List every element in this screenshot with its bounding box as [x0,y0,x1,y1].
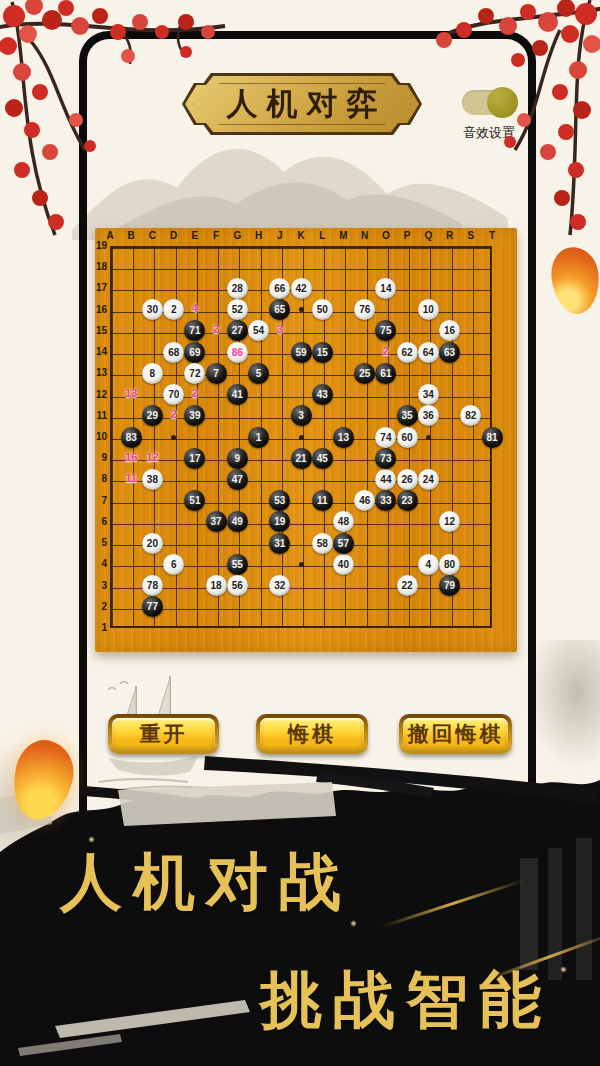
stone-O10: 74 [375,427,396,448]
stone-Q14: 64 [418,342,439,363]
capture-marker-D11: 2 [162,408,186,420]
sparkle-dot [350,920,357,927]
star-point [299,435,304,440]
stone-F13: 7 [206,363,227,384]
stone-C8: 38 [142,469,163,490]
coord-col-label: K [293,230,309,241]
stone-L7: 11 [312,490,333,511]
stone-G12: 41 [227,384,248,405]
stone-P10: 60 [397,427,418,448]
coord-row-label: 13 [95,367,107,379]
coord-row-label: 7 [95,495,107,507]
star-point [171,435,176,440]
stone-R4: 80 [439,554,460,575]
coord-row-label: 10 [95,431,107,443]
stone-M10: 13 [333,427,354,448]
stone-K11: 3 [291,405,312,426]
plum-blossom-top-right [420,0,600,245]
star-point [299,307,304,312]
coord-row-label: 15 [95,325,107,337]
stone-E14: 69 [184,342,205,363]
coord-row-label: 5 [95,537,107,549]
capture-marker-O14: 2 [374,345,398,357]
stone-C13: 8 [142,363,163,384]
stone-G16: 52 [227,299,248,320]
coord-col-label: P [399,230,415,241]
stone-B10: 83 [121,427,142,448]
stone-G17: 28 [227,278,248,299]
coord-row-label: 6 [95,516,107,528]
stone-C16: 30 [142,299,163,320]
coord-row-label: 1 [95,622,107,634]
go-board[interactable]: ABCDEFGHJKLMNOPQRST191817161514131211109… [95,228,517,652]
plum-blossom-top-left [0,0,250,245]
stone-G9: 9 [227,448,248,469]
stone-G8: 47 [227,469,248,490]
stone-Q8: 24 [418,469,439,490]
stone-K9: 21 [291,448,312,469]
stone-P7: 23 [397,490,418,511]
coord-row-label: 8 [95,473,107,485]
stone-G4: 55 [227,554,248,575]
stone-P8: 26 [397,469,418,490]
stone-O9: 73 [375,448,396,469]
stone-T10: 81 [482,427,503,448]
stone-H13: 5 [248,363,269,384]
capture-marker-F15: 2 [204,323,228,335]
stone-K17: 42 [291,278,312,299]
stone-G3: 56 [227,575,248,596]
stone-Q16: 10 [418,299,439,320]
stone-L5: 58 [312,533,333,554]
stone-J5: 31 [269,533,290,554]
stone-L14: 15 [312,342,333,363]
stone-P14: 62 [397,342,418,363]
stone-M4: 40 [333,554,354,575]
coord-row-label: 11 [95,410,107,422]
coord-row-label: 2 [95,601,107,613]
coord-col-label: N [357,230,373,241]
stone-G14: 86 [227,342,248,363]
stone-C5: 20 [142,533,163,554]
stone-E9: 17 [184,448,205,469]
stone-F6: 37 [206,511,227,532]
banner-line-1: 人机对战 [60,840,352,924]
stone-Q4: 4 [418,554,439,575]
star-point [426,435,431,440]
coord-col-label: H [251,230,267,241]
stone-R14: 63 [439,342,460,363]
coord-row-label: 3 [95,580,107,592]
stone-H10: 1 [248,427,269,448]
stone-D4: 6 [163,554,184,575]
capture-marker-B8: 11 [119,472,143,484]
coord-row-label: 18 [95,261,107,273]
coord-row-label: 14 [95,346,107,358]
coord-row-label: 17 [95,282,107,294]
sparkle-dot [88,836,95,843]
capture-marker-E12: 2 [183,387,207,399]
sky-lantern-right [549,245,600,317]
capture-marker-B12: 13 [119,387,143,399]
stone-D14: 68 [163,342,184,363]
stone-P3: 22 [397,575,418,596]
stone-Q12: 34 [418,384,439,405]
stone-F3: 18 [206,575,227,596]
coord-row-label: 16 [95,304,107,316]
stone-K14: 59 [291,342,312,363]
capture-marker-C9: 12 [140,451,164,463]
coord-col-label: O [378,230,394,241]
stone-N13: 25 [354,363,375,384]
coord-row-label: 9 [95,452,107,464]
stone-C3: 78 [142,575,163,596]
capture-marker-E16: 4 [183,302,207,314]
stone-M5: 57 [333,533,354,554]
stone-Q11: 36 [418,405,439,426]
capture-marker-J15: 3 [268,323,292,335]
coord-row-label: 4 [95,558,107,570]
coord-col-label: M [335,230,351,241]
sparkle-dot [560,966,567,973]
stone-P11: 35 [397,405,418,426]
star-point [299,562,304,567]
stone-L12: 43 [312,384,333,405]
coord-col-label: J [272,230,288,241]
stone-L16: 50 [312,299,333,320]
coord-row-label: 12 [95,389,107,401]
coord-col-label: L [314,230,330,241]
stone-L9: 45 [312,448,333,469]
